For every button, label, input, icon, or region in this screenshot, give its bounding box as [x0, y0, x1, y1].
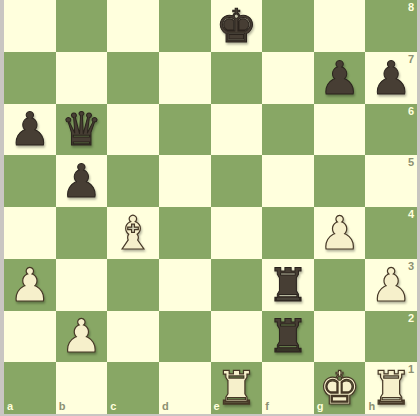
file-label-b: b: [59, 401, 66, 412]
file-label-f: f: [265, 401, 269, 412]
square-g1[interactable]: ♚g: [314, 362, 366, 414]
square-f8[interactable]: [262, 0, 314, 52]
square-a2[interactable]: [4, 311, 56, 363]
square-d4[interactable]: [159, 207, 211, 259]
rank-label-8: 8: [408, 2, 414, 13]
square-d1[interactable]: d: [159, 362, 211, 414]
piece-black-rook[interactable]: ♜: [267, 262, 308, 308]
square-g8[interactable]: [314, 0, 366, 52]
square-g6[interactable]: [314, 104, 366, 156]
piece-white-pawn[interactable]: ♟: [61, 313, 102, 359]
square-f4[interactable]: [262, 207, 314, 259]
square-e5[interactable]: [211, 155, 263, 207]
square-c6[interactable]: [107, 104, 159, 156]
file-label-c: c: [110, 401, 116, 412]
piece-white-pawn[interactable]: ♟: [319, 210, 360, 256]
piece-white-pawn[interactable]: ♟: [9, 262, 50, 308]
piece-white-bishop[interactable]: ♝: [112, 210, 153, 256]
square-h2[interactable]: 2: [365, 311, 417, 363]
square-b5[interactable]: ♟: [56, 155, 108, 207]
piece-white-rook[interactable]: ♜: [216, 365, 257, 411]
piece-black-pawn[interactable]: ♟: [61, 158, 102, 204]
piece-black-pawn[interactable]: ♟: [319, 55, 360, 101]
rank-label-4: 4: [408, 209, 414, 220]
square-h8[interactable]: 8: [365, 0, 417, 52]
square-g5[interactable]: [314, 155, 366, 207]
square-b8[interactable]: [56, 0, 108, 52]
file-label-d: d: [162, 401, 169, 412]
square-c3[interactable]: [107, 259, 159, 311]
square-f6[interactable]: [262, 104, 314, 156]
square-g3[interactable]: [314, 259, 366, 311]
square-d6[interactable]: [159, 104, 211, 156]
piece-black-rook[interactable]: ♜: [267, 313, 308, 359]
square-a6[interactable]: ♟: [4, 104, 56, 156]
square-e7[interactable]: [211, 52, 263, 104]
square-b6[interactable]: ♛: [56, 104, 108, 156]
square-g2[interactable]: [314, 311, 366, 363]
square-c5[interactable]: [107, 155, 159, 207]
square-e4[interactable]: [211, 207, 263, 259]
square-h1[interactable]: ♜h1: [365, 362, 417, 414]
square-d8[interactable]: [159, 0, 211, 52]
square-g7[interactable]: ♟: [314, 52, 366, 104]
square-f7[interactable]: [262, 52, 314, 104]
square-b2[interactable]: ♟: [56, 311, 108, 363]
piece-white-rook[interactable]: ♜: [371, 365, 412, 411]
chess-board: ♚8♟♟7♟♛6♟5♝♟4♟♜♟3♟♜2abcd♜ef♚g♜h1: [4, 0, 417, 414]
square-c7[interactable]: [107, 52, 159, 104]
piece-black-king[interactable]: ♚: [216, 3, 257, 49]
piece-black-queen[interactable]: ♛: [61, 106, 102, 152]
file-label-a: a: [7, 401, 13, 412]
square-e6[interactable]: [211, 104, 263, 156]
piece-black-pawn[interactable]: ♟: [371, 55, 412, 101]
square-d3[interactable]: [159, 259, 211, 311]
square-d2[interactable]: [159, 311, 211, 363]
square-f3[interactable]: ♜: [262, 259, 314, 311]
square-f2[interactable]: ♜: [262, 311, 314, 363]
square-b7[interactable]: [56, 52, 108, 104]
square-d5[interactable]: [159, 155, 211, 207]
square-g4[interactable]: ♟: [314, 207, 366, 259]
square-e2[interactable]: [211, 311, 263, 363]
square-d7[interactable]: [159, 52, 211, 104]
square-a1[interactable]: a: [4, 362, 56, 414]
square-c2[interactable]: [107, 311, 159, 363]
square-a5[interactable]: [4, 155, 56, 207]
square-b4[interactable]: [56, 207, 108, 259]
square-c8[interactable]: [107, 0, 159, 52]
square-h7[interactable]: ♟7: [365, 52, 417, 104]
square-b3[interactable]: [56, 259, 108, 311]
rank-label-2: 2: [408, 313, 414, 324]
rank-label-6: 6: [408, 106, 414, 117]
square-b1[interactable]: b: [56, 362, 108, 414]
square-a8[interactable]: [4, 0, 56, 52]
square-f5[interactable]: [262, 155, 314, 207]
piece-black-pawn[interactable]: ♟: [9, 106, 50, 152]
piece-white-pawn[interactable]: ♟: [371, 262, 412, 308]
square-e1[interactable]: ♜e: [211, 362, 263, 414]
square-h6[interactable]: 6: [365, 104, 417, 156]
square-h3[interactable]: ♟3: [365, 259, 417, 311]
piece-white-king[interactable]: ♚: [319, 365, 360, 411]
page: { "game": "chess", "position": { "fen": …: [0, 0, 420, 416]
square-h5[interactable]: 5: [365, 155, 417, 207]
square-a3[interactable]: ♟: [4, 259, 56, 311]
square-a4[interactable]: [4, 207, 56, 259]
square-c1[interactable]: c: [107, 362, 159, 414]
square-f1[interactable]: f: [262, 362, 314, 414]
square-c4[interactable]: ♝: [107, 207, 159, 259]
square-h4[interactable]: 4: [365, 207, 417, 259]
rank-label-5: 5: [408, 157, 414, 168]
square-a7[interactable]: [4, 52, 56, 104]
square-e8[interactable]: ♚: [211, 0, 263, 52]
square-e3[interactable]: [211, 259, 263, 311]
